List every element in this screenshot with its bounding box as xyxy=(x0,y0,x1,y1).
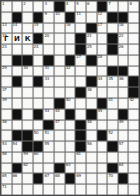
grid-cell-r1c6 xyxy=(54,1,65,12)
clue-number: 58 xyxy=(2,152,7,156)
clue-number: 66 xyxy=(13,174,18,178)
grid-cell-r17c10[interactable] xyxy=(97,173,108,184)
grid-cell-r6c2 xyxy=(12,55,23,66)
grid-cell-r9c5[interactable] xyxy=(43,87,54,98)
grid-cell-r1c10 xyxy=(97,1,108,12)
clue-number: 70 xyxy=(108,174,113,178)
grid-cell-r13c2 xyxy=(12,130,23,141)
grid-cell-r18c1[interactable]: 71 xyxy=(1,184,12,195)
clue-number: 16 xyxy=(66,23,71,27)
grid-cell-r1c12[interactable] xyxy=(118,1,129,12)
grid-cell-r8c1[interactable] xyxy=(1,76,12,87)
grid-cell-r16c5[interactable] xyxy=(43,163,54,174)
clue-number: 12 xyxy=(98,12,103,16)
grid-cell-r13c4[interactable]: 50 xyxy=(33,130,44,141)
grid-cell-r16c11 xyxy=(107,163,118,174)
clue-number: 4 xyxy=(66,2,68,6)
grid-cell-r17c2[interactable]: 66 xyxy=(12,173,23,184)
grid-cell-r9c2[interactable] xyxy=(12,87,23,98)
grid-cell-r3c6[interactable] xyxy=(54,23,65,34)
grid-cell-r3c2[interactable]: 14 xyxy=(12,23,23,34)
grid-cell-r5c2[interactable] xyxy=(12,44,23,55)
filled-letter: К xyxy=(22,33,33,44)
grid-cell-r11c4 xyxy=(33,109,44,120)
grid-cell-r8c5[interactable]: 33 xyxy=(43,76,54,87)
grid-cell-r14c9[interactable]: 56 xyxy=(86,141,97,152)
grid-cell-r2c9[interactable] xyxy=(86,12,97,23)
clue-number: 71 xyxy=(2,185,7,189)
grid-cell-r7c13[interactable] xyxy=(128,66,139,77)
clue-number: 17 xyxy=(98,23,103,27)
grid-cell-r16c4[interactable] xyxy=(33,163,44,174)
grid-cell-r14c3 xyxy=(22,141,33,152)
grid-cell-r12c13[interactable] xyxy=(128,120,139,131)
grid-cell-r5c3[interactable] xyxy=(22,44,33,55)
grid-cell-r18c11[interactable] xyxy=(107,184,118,195)
grid-cell-r3c10[interactable]: 17 xyxy=(97,23,108,34)
grid-cell-r2c7 xyxy=(65,12,76,23)
clue-number: 50 xyxy=(34,131,39,135)
grid-cell-r18c8[interactable] xyxy=(75,184,86,195)
grid-cell-r17c11[interactable]: 70 xyxy=(107,173,118,184)
grid-cell-r10c5[interactable] xyxy=(43,98,54,109)
clue-number: 11 xyxy=(76,12,81,16)
grid-cell-r7c8[interactable] xyxy=(75,66,86,77)
grid-cell-r8c2 xyxy=(12,76,23,87)
grid-cell-r4c13[interactable] xyxy=(128,33,139,44)
grid-cell-r6c3 xyxy=(22,55,33,66)
clue-number: 22 xyxy=(119,34,124,38)
grid-cell-r10c2[interactable] xyxy=(12,98,23,109)
clue-number: 24 xyxy=(34,45,39,49)
clue-number: 59 xyxy=(23,152,28,156)
grid-cell-r8c3[interactable] xyxy=(22,76,33,87)
clue-number: 45 xyxy=(98,109,103,113)
grid-cell-r6c5 xyxy=(43,55,54,66)
grid-cell-r12c12[interactable]: 49 xyxy=(118,120,129,131)
grid-cell-r7c1[interactable]: 29 xyxy=(1,66,12,77)
grid-cell-r2c1[interactable] xyxy=(1,12,12,23)
grid-cell-r2c2 xyxy=(12,12,23,23)
grid-cell-r9c12[interactable] xyxy=(118,87,129,98)
grid-cell-r18c5[interactable] xyxy=(43,184,54,195)
grid-cell-r1c11[interactable]: 7 xyxy=(107,1,118,12)
clue-number: 2 xyxy=(23,2,25,6)
grid-cell-r10c11[interactable]: 41 xyxy=(107,98,118,109)
grid-cell-r9c6[interactable] xyxy=(54,87,65,98)
grid-cell-r16c12[interactable]: 64 xyxy=(118,163,129,174)
grid-cell-r8c9 xyxy=(86,76,97,87)
grid-cell-r14c10[interactable] xyxy=(97,141,108,152)
grid-cell-r5c1[interactable]: 23 xyxy=(1,44,12,55)
grid-cell-r17c3[interactable] xyxy=(22,173,33,184)
grid-cell-r7c10[interactable] xyxy=(97,66,108,77)
grid-cell-r15c11[interactable] xyxy=(107,152,118,163)
grid-cell-r4c6[interactable] xyxy=(54,33,65,44)
grid-cell-r1c4[interactable] xyxy=(33,1,44,12)
grid-cell-r18c12[interactable] xyxy=(118,184,129,195)
clue-number: 31 xyxy=(44,66,49,70)
filled-letter: Г xyxy=(1,33,12,44)
grid-cell-r3c13[interactable] xyxy=(128,23,139,34)
clue-number: 69 xyxy=(76,174,81,178)
clue-number: 41 xyxy=(108,98,113,102)
grid-cell-r4c5[interactable]: 20 xyxy=(43,33,54,44)
grid-cell-r3c1[interactable]: 13 xyxy=(1,23,12,34)
grid-cell-r16c3[interactable]: 62 xyxy=(22,163,33,174)
clue-number: 46 xyxy=(2,120,7,124)
clue-number: 49 xyxy=(119,120,124,124)
clue-number: 54 xyxy=(13,142,18,146)
grid-cell-r1c9[interactable]: 6 xyxy=(86,1,97,12)
grid-cell-r9c7[interactable] xyxy=(65,87,76,98)
grid-cell-r8c12[interactable]: 36 xyxy=(118,76,129,87)
clue-number: 42 xyxy=(129,98,134,102)
clue-number: 25 xyxy=(87,45,92,49)
grid-cell-r5c9[interactable]: 25 xyxy=(86,44,97,55)
grid-cell-r13c1[interactable] xyxy=(1,130,12,141)
grid-cell-r11c11[interactable] xyxy=(107,109,118,120)
grid-cell-r10c9[interactable] xyxy=(86,98,97,109)
grid-cell-r5c5[interactable] xyxy=(43,44,54,55)
grid-cell-r18c2[interactable] xyxy=(12,184,23,195)
grid-cell-r7c6[interactable] xyxy=(54,66,65,77)
crossword-board: 12345678910111213141516171819ГИК20212223… xyxy=(0,0,140,196)
grid-cell-r4c9[interactable]: 21 xyxy=(86,33,97,44)
grid-cell-r17c13[interactable] xyxy=(128,173,139,184)
grid-cell-r5c7[interactable] xyxy=(65,44,76,55)
grid-cell-r12c2[interactable] xyxy=(12,120,23,131)
grid-cell-r14c12[interactable]: 57 xyxy=(118,141,129,152)
grid-cell-r9c1[interactable]: 37 xyxy=(1,87,12,98)
grid-cell-r11c7 xyxy=(65,109,76,120)
grid-cell-r15c5[interactable] xyxy=(43,152,54,163)
clue-number: 35 xyxy=(108,77,113,81)
grid-cell-r15c8[interactable]: 61 xyxy=(75,152,86,163)
grid-cell-r12c3[interactable] xyxy=(22,120,33,131)
grid-cell-r13c3 xyxy=(22,130,33,141)
grid-cell-r11c3[interactable] xyxy=(22,109,33,120)
grid-cell-r4c11 xyxy=(107,33,118,44)
grid-cell-r13c8 xyxy=(75,130,86,141)
clue-number: 39 xyxy=(2,98,7,102)
grid-cell-r14c6[interactable] xyxy=(54,141,65,152)
grid-cell-r7c4[interactable] xyxy=(33,66,44,77)
grid-cell-r3c11[interactable] xyxy=(107,23,118,34)
clue-number: 57 xyxy=(119,142,124,146)
grid-cell-r6c6[interactable] xyxy=(54,55,65,66)
clue-number: 38 xyxy=(87,88,92,92)
grid-cell-r15c4[interactable]: 60 xyxy=(33,152,44,163)
clue-number: 55 xyxy=(44,142,49,146)
grid-cell-r1c13[interactable]: 8 xyxy=(128,1,139,12)
grid-cell-r13c12[interactable] xyxy=(118,130,129,141)
grid-cell-r5c6[interactable] xyxy=(54,44,65,55)
grid-cell-r13c7[interactable] xyxy=(65,130,76,141)
grid-cell-r12c10[interactable] xyxy=(97,120,108,131)
clue-number: 32 xyxy=(66,66,71,70)
grid-cell-r13c5[interactable]: 51 xyxy=(43,130,54,141)
grid-cell-r17c1[interactable]: 65 xyxy=(1,173,12,184)
grid-cell-r8c6[interactable] xyxy=(54,76,65,87)
grid-cell-r8c8[interactable] xyxy=(75,76,86,87)
grid-cell-r1c7[interactable]: 4 xyxy=(65,1,76,12)
grid-cell-r15c7[interactable] xyxy=(65,152,76,163)
grid-cell-r13c11[interactable]: 52 xyxy=(107,130,118,141)
clue-number: 27 xyxy=(76,55,81,59)
grid-cell-r15c10[interactable] xyxy=(97,152,108,163)
grid-cell-r12c1[interactable]: 46 xyxy=(1,120,12,131)
grid-cell-r10c1[interactable]: 39 xyxy=(1,98,12,109)
grid-cell-r11c5[interactable]: 43 xyxy=(43,109,54,120)
grid-cell-r10c12[interactable] xyxy=(118,98,129,109)
clue-number: 63 xyxy=(66,163,71,167)
grid-cell-r5c8 xyxy=(75,44,86,55)
grid-cell-r10c3[interactable] xyxy=(22,98,33,109)
grid-cell-r8c11[interactable]: 35 xyxy=(107,76,118,87)
grid-cell-r16c9[interactable] xyxy=(86,163,97,174)
grid-cell-r15c3[interactable]: 59 xyxy=(22,152,33,163)
grid-cell-r14c13[interactable] xyxy=(128,141,139,152)
grid-cell-r14c2[interactable]: 54 xyxy=(12,141,23,152)
clue-number: 10 xyxy=(55,12,60,16)
grid-cell-r6c7 xyxy=(65,55,76,66)
grid-cell-r9c3[interactable] xyxy=(22,87,33,98)
grid-cell-r15c13[interactable] xyxy=(128,152,139,163)
clue-number: 7 xyxy=(108,2,110,6)
clue-number: 20 xyxy=(44,34,49,38)
grid-cell-r2c11 xyxy=(107,12,118,23)
grid-cell-r13c6[interactable] xyxy=(54,130,65,141)
grid-cell-r4c12[interactable]: 22 xyxy=(118,33,129,44)
grid-cell-r7c11 xyxy=(107,66,118,77)
grid-cell-r3c3[interactable] xyxy=(22,23,33,34)
grid-cell-r3c9 xyxy=(86,23,97,34)
grid-cell-r12c7[interactable] xyxy=(65,120,76,131)
grid-cell-r10c13[interactable]: 42 xyxy=(128,98,139,109)
grid-cell-r6c1[interactable] xyxy=(1,55,12,66)
clue-number: 21 xyxy=(87,34,92,38)
grid-cell-r15c6[interactable] xyxy=(54,152,65,163)
grid-cell-r14c4 xyxy=(33,141,44,152)
grid-cell-r7c5[interactable]: 31 xyxy=(43,66,54,77)
grid-cell-r6c12[interactable] xyxy=(118,55,129,66)
filled-letter: И xyxy=(12,33,23,44)
grid-cell-r4c4 xyxy=(33,33,44,44)
grid-cell-r14c8 xyxy=(75,141,86,152)
clue-number: 1 xyxy=(2,2,4,6)
grid-cell-r2c10[interactable]: 12 xyxy=(97,12,108,23)
grid-cell-r4c2[interactable]: И xyxy=(12,33,23,44)
grid-cell-r8c7[interactable] xyxy=(65,76,76,87)
grid-cell-r18c3[interactable] xyxy=(22,184,33,195)
grid-cell-r5c4[interactable]: 24 xyxy=(33,44,44,55)
grid-cell-r1c2[interactable] xyxy=(12,1,23,12)
clue-number: 26 xyxy=(119,45,124,49)
grid-cell-r17c7 xyxy=(65,173,76,184)
clue-number: 65 xyxy=(2,174,7,178)
grid-cell-r15c2[interactable] xyxy=(12,152,23,163)
clue-number: 14 xyxy=(13,23,18,27)
grid-cell-r2c13[interactable] xyxy=(128,12,139,23)
grid-cell-r14c5[interactable]: 55 xyxy=(43,141,54,152)
grid-cell-r17c8[interactable]: 69 xyxy=(75,173,86,184)
grid-cell-r8c13 xyxy=(128,76,139,87)
clue-number: 30 xyxy=(23,66,28,70)
grid-cell-r7c7[interactable]: 32 xyxy=(65,66,76,77)
grid-cell-r1c3[interactable]: 2 xyxy=(22,1,33,12)
clue-number: 44 xyxy=(55,109,60,113)
grid-cell-r18c10[interactable] xyxy=(97,184,108,195)
grid-cell-r2c5[interactable]: 9 xyxy=(43,12,54,23)
grid-cell-r14c7[interactable] xyxy=(65,141,76,152)
grid-cell-r18c6[interactable] xyxy=(54,184,65,195)
clue-number: 37 xyxy=(2,88,7,92)
grid-cell-r3c4[interactable]: 15 xyxy=(33,23,44,34)
grid-cell-r17c9[interactable] xyxy=(86,173,97,184)
grid-cell-r6c13[interactable] xyxy=(128,55,139,66)
grid-cell-r9c13 xyxy=(128,87,139,98)
clue-number: 34 xyxy=(98,77,103,81)
grid-cell-r17c5[interactable]: 67 xyxy=(43,173,54,184)
clue-number: 51 xyxy=(44,131,49,135)
clue-number: 40 xyxy=(66,98,71,102)
grid-cell-r11c8[interactable] xyxy=(75,109,86,120)
clue-number: 47 xyxy=(55,120,60,124)
grid-cell-r5c10[interactable] xyxy=(97,44,108,55)
clue-number: 13 xyxy=(2,23,7,27)
grid-cell-r7c3[interactable]: 30 xyxy=(22,66,33,77)
grid-cell-r11c1[interactable] xyxy=(1,109,12,120)
grid-cell-r14c11 xyxy=(107,141,118,152)
grid-cell-r2c4 xyxy=(33,12,44,23)
grid-cell-r11c6[interactable]: 44 xyxy=(54,109,65,120)
clue-number: 8 xyxy=(129,2,131,6)
grid-cell-r11c10[interactable]: 45 xyxy=(97,109,108,120)
grid-cell-r1c1[interactable]: 1 xyxy=(1,1,12,12)
grid-cell-r11c2 xyxy=(12,109,23,120)
grid-cell-r16c8[interactable] xyxy=(75,163,86,174)
clue-number: 48 xyxy=(87,120,92,124)
grid-cell-r15c1[interactable]: 58 xyxy=(1,152,12,163)
grid-cell-r18c13[interactable] xyxy=(128,184,139,195)
grid-cell-r6c10[interactable]: 28 xyxy=(97,55,108,66)
clue-number: 6 xyxy=(87,2,89,6)
clue-number: 68 xyxy=(55,174,60,178)
grid-cell-r10c10 xyxy=(97,98,108,109)
grid-cell-r2c3[interactable] xyxy=(22,12,33,23)
grid-cell-r12c4[interactable] xyxy=(33,120,44,131)
clue-number: 53 xyxy=(2,142,7,146)
clue-number: 60 xyxy=(34,152,39,156)
grid-cell-r9c4[interactable] xyxy=(33,87,44,98)
grid-cell-r17c6[interactable]: 68 xyxy=(54,173,65,184)
grid-cell-r4c1[interactable]: 19Г xyxy=(1,33,12,44)
grid-cell-r9c11[interactable] xyxy=(107,87,118,98)
grid-cell-r5c11 xyxy=(107,44,118,55)
clue-number: 61 xyxy=(76,152,81,156)
clue-number: 15 xyxy=(34,23,39,27)
grid-cell-r3c12[interactable]: 18 xyxy=(118,23,129,34)
grid-cell-r3c8[interactable] xyxy=(75,23,86,34)
grid-cell-r5c13[interactable] xyxy=(128,44,139,55)
grid-cell-r18c7[interactable] xyxy=(65,184,76,195)
grid-cell-r10c7[interactable]: 40 xyxy=(65,98,76,109)
grid-cell-r2c8[interactable]: 11 xyxy=(75,12,86,23)
grid-cell-r10c4[interactable] xyxy=(33,98,44,109)
grid-cell-r4c3[interactable]: К xyxy=(22,33,33,44)
grid-cell-r7c2[interactable] xyxy=(12,66,23,77)
grid-cell-r1c5[interactable]: 3 xyxy=(43,1,54,12)
clue-number: 43 xyxy=(44,109,49,113)
grid-cell-r1c8[interactable]: 5 xyxy=(75,1,86,12)
grid-cell-r16c13[interactable] xyxy=(128,163,139,174)
clue-number: 29 xyxy=(2,66,7,70)
grid-cell-r6c4[interactable] xyxy=(33,55,44,66)
clue-number: 52 xyxy=(108,131,113,135)
grid-cell-r13c13[interactable] xyxy=(128,130,139,141)
grid-cell-r13c9[interactable] xyxy=(86,130,97,141)
grid-cell-r6c8[interactable]: 27 xyxy=(75,55,86,66)
grid-cell-r9c8 xyxy=(75,87,86,98)
grid-cell-r15c12[interactable] xyxy=(118,152,129,163)
grid-cell-r10c6 xyxy=(54,98,65,109)
grid-cell-r4c10[interactable] xyxy=(97,33,108,44)
grid-cell-r18c4[interactable] xyxy=(33,184,44,195)
clue-number: 5 xyxy=(76,2,78,6)
grid-cell-r8c10[interactable]: 34 xyxy=(97,76,108,87)
grid-cell-r8c4 xyxy=(33,76,44,87)
grid-cell-r11c13[interactable] xyxy=(128,109,139,120)
grid-cell-r9c10[interactable] xyxy=(97,87,108,98)
clue-number: 56 xyxy=(87,142,92,146)
grid-cell-r3c7[interactable]: 16 xyxy=(65,23,76,34)
grid-cell-r3c5[interactable] xyxy=(43,23,54,34)
grid-cell-r12c6[interactable]: 47 xyxy=(54,120,65,131)
clue-number: 62 xyxy=(23,163,28,167)
grid-cell-r2c6[interactable]: 10 xyxy=(54,12,65,23)
grid-cell-r15c9[interactable] xyxy=(86,152,97,163)
grid-cell-r13c10 xyxy=(97,130,108,141)
grid-cell-r10c8[interactable] xyxy=(75,98,86,109)
grid-cell-r11c12 xyxy=(118,109,129,120)
clue-number: 18 xyxy=(119,23,124,27)
grid-cell-r17c12 xyxy=(118,173,129,184)
grid-cell-r12c9[interactable]: 48 xyxy=(86,120,97,131)
clue-number: 36 xyxy=(119,77,124,81)
grid-cell-r9c9[interactable]: 38 xyxy=(86,87,97,98)
grid-cell-r11c9 xyxy=(86,109,97,120)
clue-number: 3 xyxy=(44,2,46,6)
grid-cell-r4c7[interactable] xyxy=(65,33,76,44)
grid-cell-r7c9[interactable] xyxy=(86,66,97,77)
grid-cell-r12c5 xyxy=(43,120,54,131)
grid-cell-r5c12[interactable]: 26 xyxy=(118,44,129,55)
grid-cell-r16c1[interactable] xyxy=(1,163,12,174)
grid-cell-r16c6 xyxy=(54,163,65,174)
clue-number: 28 xyxy=(98,55,103,59)
clue-number: 23 xyxy=(2,45,7,49)
clue-number: 67 xyxy=(44,174,49,178)
grid-cell-r16c10[interactable] xyxy=(97,163,108,174)
clue-number: 9 xyxy=(44,12,46,16)
clue-number: 33 xyxy=(44,77,49,81)
grid-cell-r12c11[interactable] xyxy=(107,120,118,131)
grid-cell-r16c7[interactable]: 63 xyxy=(65,163,76,174)
grid-cell-r18c9[interactable] xyxy=(86,184,97,195)
grid-cell-r14c1[interactable]: 53 xyxy=(1,141,12,152)
grid-cell-r6c11[interactable] xyxy=(107,55,118,66)
